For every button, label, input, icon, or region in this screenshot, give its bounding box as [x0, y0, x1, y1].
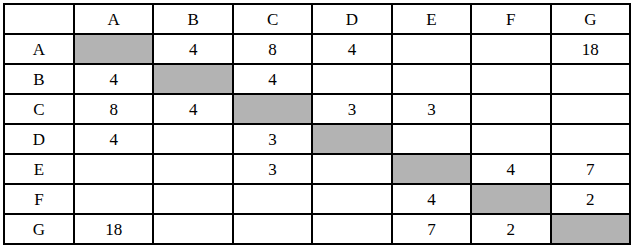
cell-D-G — [552, 125, 629, 153]
cell-A-B: 4 — [154, 35, 231, 63]
cell-E-C: 3 — [234, 155, 311, 183]
cell-C-G — [552, 95, 629, 123]
row-header-E: E — [5, 155, 73, 183]
cell-F-E: 4 — [393, 185, 470, 213]
cell-E-A — [75, 155, 152, 183]
col-header-E: E — [393, 5, 470, 33]
cell-G-G — [552, 215, 629, 243]
cell-G-C — [234, 215, 311, 243]
cell-D-E — [393, 125, 470, 153]
corner-cell — [5, 5, 73, 33]
col-header-C: C — [234, 5, 311, 33]
col-header-F: F — [472, 5, 549, 33]
cell-E-G: 7 — [552, 155, 629, 183]
row-header-B: B — [5, 65, 73, 93]
cell-C-F — [472, 95, 549, 123]
cell-B-A: 4 — [75, 65, 152, 93]
cell-A-C: 8 — [234, 35, 311, 63]
cell-F-D — [313, 185, 390, 213]
cell-G-D — [313, 215, 390, 243]
cell-B-F — [472, 65, 549, 93]
matrix-figure: ABCDEFGA48418B44C8433D43E347F42G1872 — [0, 0, 634, 248]
col-header-G: G — [552, 5, 629, 33]
cell-C-C — [234, 95, 311, 123]
cell-D-D — [313, 125, 390, 153]
cell-A-F — [472, 35, 549, 63]
cell-D-F — [472, 125, 549, 153]
cell-F-B — [154, 185, 231, 213]
cell-C-D: 3 — [313, 95, 390, 123]
col-header-B: B — [154, 5, 231, 33]
cell-A-G: 18 — [552, 35, 629, 63]
cell-F-G: 2 — [552, 185, 629, 213]
row-header-A: A — [5, 35, 73, 63]
cell-G-E: 7 — [393, 215, 470, 243]
cell-A-A — [75, 35, 152, 63]
cell-C-B: 4 — [154, 95, 231, 123]
row-header-F: F — [5, 185, 73, 213]
cell-A-E — [393, 35, 470, 63]
cell-E-D — [313, 155, 390, 183]
cell-D-A: 4 — [75, 125, 152, 153]
cell-G-F: 2 — [472, 215, 549, 243]
row-header-D: D — [5, 125, 73, 153]
cell-A-D: 4 — [313, 35, 390, 63]
cell-D-B — [154, 125, 231, 153]
col-header-D: D — [313, 5, 390, 33]
cell-B-D — [313, 65, 390, 93]
cell-E-F: 4 — [472, 155, 549, 183]
cell-B-G — [552, 65, 629, 93]
cell-D-C: 3 — [234, 125, 311, 153]
cell-B-E — [393, 65, 470, 93]
cell-E-E — [393, 155, 470, 183]
cell-F-A — [75, 185, 152, 213]
cell-G-A: 18 — [75, 215, 152, 243]
cell-E-B — [154, 155, 231, 183]
distance-table: ABCDEFGA48418B44C8433D43E347F42G1872 — [3, 3, 631, 245]
cell-F-F — [472, 185, 549, 213]
cell-B-C: 4 — [234, 65, 311, 93]
row-header-C: C — [5, 95, 73, 123]
col-header-A: A — [75, 5, 152, 33]
cell-B-B — [154, 65, 231, 93]
cell-C-E: 3 — [393, 95, 470, 123]
cell-G-B — [154, 215, 231, 243]
cell-C-A: 8 — [75, 95, 152, 123]
row-header-G: G — [5, 215, 73, 243]
cell-F-C — [234, 185, 311, 213]
